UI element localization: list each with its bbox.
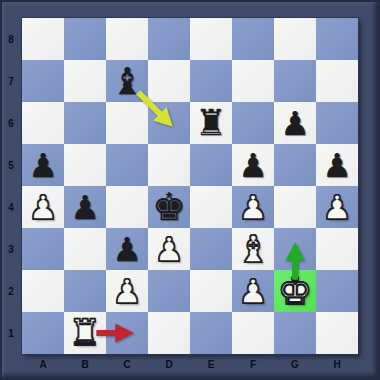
square-c2[interactable]: ♟ <box>106 270 148 312</box>
square-g7[interactable] <box>274 60 316 102</box>
square-c6[interactable] <box>106 102 148 144</box>
square-h7[interactable] <box>316 60 358 102</box>
square-e2[interactable] <box>190 270 232 312</box>
rank-label-4: 4 <box>0 186 22 228</box>
file-label-b: B <box>64 355 106 373</box>
square-a7[interactable] <box>22 60 64 102</box>
square-e8[interactable] <box>190 18 232 60</box>
white-rook-glyph: ♜ <box>69 315 101 351</box>
file-label-e: E <box>190 355 232 373</box>
square-a6[interactable] <box>22 102 64 144</box>
piece-black-rook[interactable]: ♜ <box>190 102 232 144</box>
square-h5[interactable]: ♟ <box>316 144 358 186</box>
piece-black-pawn[interactable]: ♟ <box>232 144 274 186</box>
square-c3[interactable]: ♟ <box>106 228 148 270</box>
square-b8[interactable] <box>64 18 106 60</box>
square-f6[interactable] <box>232 102 274 144</box>
square-d7[interactable] <box>148 60 190 102</box>
square-g4[interactable] <box>274 186 316 228</box>
chessboard-frame: 87654321 ♝♜♟♟♟♟♟♟♚♟♟♟♟♝♟♟♚♜ ABCDEFGH <box>0 0 380 380</box>
piece-black-pawn[interactable]: ♟ <box>274 102 316 144</box>
black-pawn-glyph: ♟ <box>322 149 352 182</box>
square-b6[interactable] <box>64 102 106 144</box>
rank-label-6: 6 <box>0 102 22 144</box>
piece-white-king[interactable]: ♚ <box>274 270 316 312</box>
square-a3[interactable] <box>22 228 64 270</box>
file-label-f: F <box>232 355 274 373</box>
piece-black-king[interactable]: ♚ <box>148 186 190 228</box>
square-b2[interactable] <box>64 270 106 312</box>
square-a5[interactable]: ♟ <box>22 144 64 186</box>
rank-label-8: 8 <box>0 18 22 60</box>
piece-white-pawn[interactable]: ♟ <box>22 186 64 228</box>
square-c8[interactable] <box>106 18 148 60</box>
white-pawn-glyph: ♟ <box>28 191 58 224</box>
white-pawn-glyph: ♟ <box>112 275 142 308</box>
piece-black-pawn[interactable]: ♟ <box>64 186 106 228</box>
square-c4[interactable] <box>106 186 148 228</box>
square-e4[interactable] <box>190 186 232 228</box>
square-b1[interactable]: ♜ <box>64 312 106 354</box>
square-g8[interactable] <box>274 18 316 60</box>
square-f5[interactable]: ♟ <box>232 144 274 186</box>
square-g6[interactable]: ♟ <box>274 102 316 144</box>
square-h8[interactable] <box>316 18 358 60</box>
square-d4[interactable]: ♚ <box>148 186 190 228</box>
black-king-glyph: ♚ <box>152 188 186 226</box>
square-h6[interactable] <box>316 102 358 144</box>
rank-label-7: 7 <box>0 60 22 102</box>
square-d1[interactable] <box>148 312 190 354</box>
rank-label-2: 2 <box>0 270 22 312</box>
piece-white-pawn[interactable]: ♟ <box>106 270 148 312</box>
black-pawn-glyph: ♟ <box>238 149 268 182</box>
black-pawn-glyph: ♟ <box>280 107 310 140</box>
chess-board: ♝♜♟♟♟♟♟♟♚♟♟♟♟♝♟♟♚♜ <box>22 18 358 354</box>
white-bishop-glyph: ♝ <box>236 231 269 268</box>
white-pawn-glyph: ♟ <box>238 275 268 308</box>
file-label-g: G <box>274 355 316 373</box>
square-c1[interactable] <box>106 312 148 354</box>
square-f3[interactable]: ♝ <box>232 228 274 270</box>
rank-label-1: 1 <box>0 312 22 354</box>
square-g2[interactable]: ♚ <box>274 270 316 312</box>
square-e7[interactable] <box>190 60 232 102</box>
black-pawn-glyph: ♟ <box>112 233 142 266</box>
piece-white-bishop[interactable]: ♝ <box>232 228 274 270</box>
square-h1[interactable] <box>316 312 358 354</box>
square-d3[interactable]: ♟ <box>148 228 190 270</box>
square-d8[interactable] <box>148 18 190 60</box>
file-label-d: D <box>148 355 190 373</box>
square-a1[interactable] <box>22 312 64 354</box>
square-f2[interactable]: ♟ <box>232 270 274 312</box>
square-a8[interactable] <box>22 18 64 60</box>
white-king-glyph: ♚ <box>278 272 312 310</box>
square-a4[interactable]: ♟ <box>22 186 64 228</box>
black-pawn-glyph: ♟ <box>70 191 100 224</box>
square-e1[interactable] <box>190 312 232 354</box>
piece-black-bishop[interactable]: ♝ <box>106 60 148 102</box>
square-g3[interactable] <box>274 228 316 270</box>
square-e3[interactable] <box>190 228 232 270</box>
square-h2[interactable] <box>316 270 358 312</box>
piece-black-pawn[interactable]: ♟ <box>22 144 64 186</box>
square-f7[interactable] <box>232 60 274 102</box>
piece-white-pawn[interactable]: ♟ <box>148 228 190 270</box>
square-h3[interactable] <box>316 228 358 270</box>
rank-label-3: 3 <box>0 228 22 270</box>
square-f8[interactable] <box>232 18 274 60</box>
square-b7[interactable] <box>64 60 106 102</box>
square-e6[interactable]: ♜ <box>190 102 232 144</box>
black-bishop-glyph: ♝ <box>110 63 143 100</box>
white-pawn-glyph: ♟ <box>154 233 184 266</box>
white-pawn-glyph: ♟ <box>322 191 352 224</box>
file-label-c: C <box>106 355 148 373</box>
square-d5[interactable] <box>148 144 190 186</box>
rank-label-5: 5 <box>0 144 22 186</box>
square-d2[interactable] <box>148 270 190 312</box>
piece-black-pawn[interactable]: ♟ <box>316 144 358 186</box>
square-b3[interactable] <box>64 228 106 270</box>
white-pawn-glyph: ♟ <box>238 191 268 224</box>
piece-white-pawn[interactable]: ♟ <box>316 186 358 228</box>
square-e5[interactable] <box>190 144 232 186</box>
square-g5[interactable] <box>274 144 316 186</box>
square-b5[interactable] <box>64 144 106 186</box>
square-g1[interactable] <box>274 312 316 354</box>
square-b4[interactable]: ♟ <box>64 186 106 228</box>
square-f4[interactable]: ♟ <box>232 186 274 228</box>
piece-white-rook[interactable]: ♜ <box>64 312 106 354</box>
file-label-a: A <box>22 355 64 373</box>
square-f1[interactable] <box>232 312 274 354</box>
piece-white-pawn[interactable]: ♟ <box>232 186 274 228</box>
square-c7[interactable]: ♝ <box>106 60 148 102</box>
file-label-h: H <box>316 355 358 373</box>
piece-black-pawn[interactable]: ♟ <box>106 228 148 270</box>
rank-labels: 87654321 <box>0 18 22 354</box>
square-d6[interactable] <box>148 102 190 144</box>
black-rook-glyph: ♜ <box>195 105 227 141</box>
black-pawn-glyph: ♟ <box>28 149 58 182</box>
file-labels: ABCDEFGH <box>22 355 358 375</box>
square-a2[interactable] <box>22 270 64 312</box>
piece-white-pawn[interactable]: ♟ <box>232 270 274 312</box>
square-c5[interactable] <box>106 144 148 186</box>
square-h4[interactable]: ♟ <box>316 186 358 228</box>
